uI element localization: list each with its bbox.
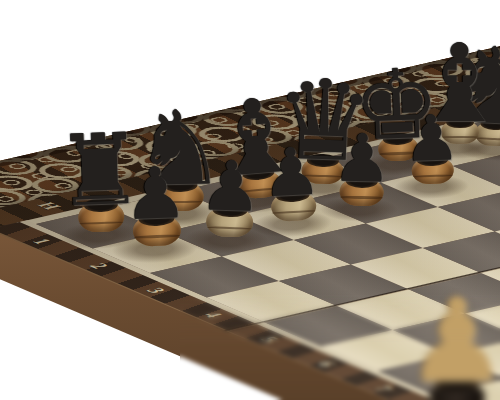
white-gold-piece[interactable]: ♟ xyxy=(411,294,500,400)
black-pawn-1-bust: ♟ xyxy=(123,164,189,222)
pieces-layer: ♞♝♚♟♛♝♟♞♟♜♟♟♟ xyxy=(0,0,500,400)
black-pawn-2-bust: ♟ xyxy=(199,157,263,214)
black-pawn-2[interactable]: ♟ xyxy=(201,157,259,238)
black-pawn-4-bust: ♟ xyxy=(332,131,392,184)
black-pawn-4[interactable]: ♟ xyxy=(335,132,388,207)
black-pawn-3-bust: ♟ xyxy=(260,145,322,200)
chess-set-photo: H 12345678 ♞♝♚♟♛♝♟♞♟♜♟♟♟ Handcrafted woo… xyxy=(0,0,500,400)
black-pawn-3[interactable]: ♟ xyxy=(264,145,320,223)
black-pawn-5-bust: ♟ xyxy=(403,112,461,164)
black-pawn-5[interactable]: ♟ xyxy=(406,112,458,185)
white-gold-piece-bust: ♟ xyxy=(405,294,500,386)
black-pawn-1[interactable]: ♟ xyxy=(127,164,186,247)
